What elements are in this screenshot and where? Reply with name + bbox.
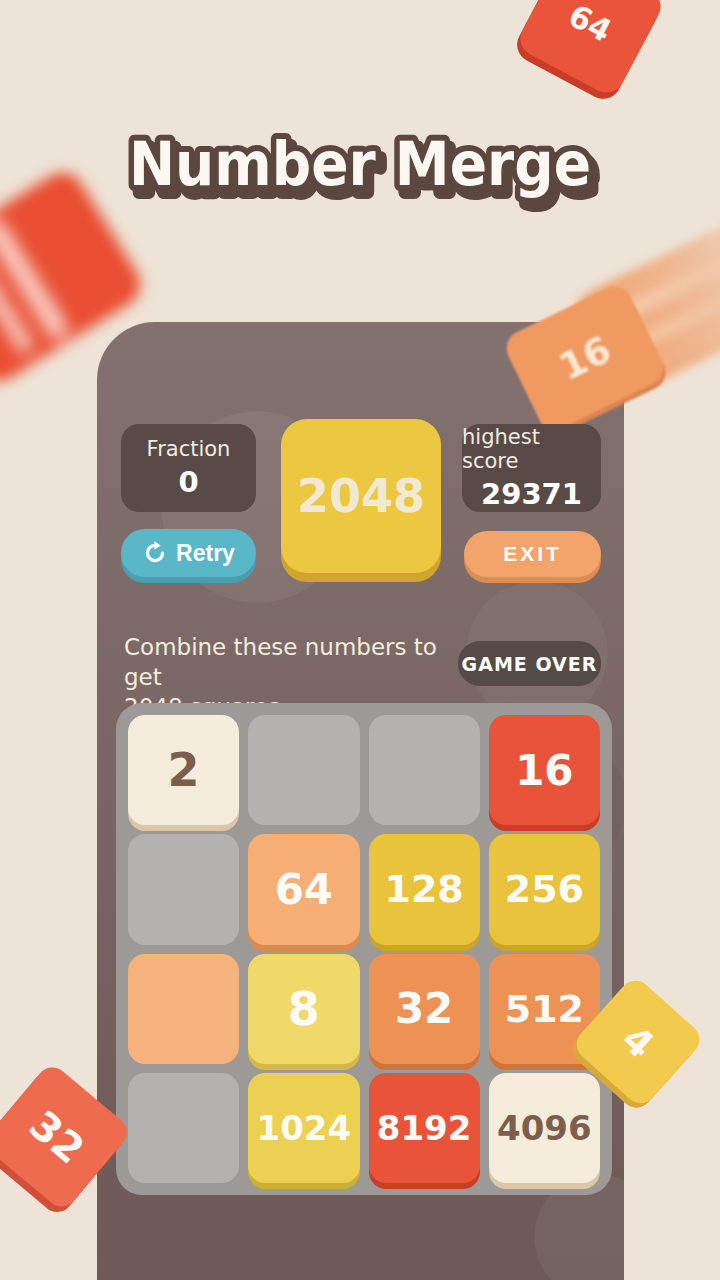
exit-button[interactable]: EXIT [464, 531, 601, 577]
empty-cell [128, 1073, 239, 1183]
empty-cell [369, 715, 480, 825]
decorative-tile-label: 16 [552, 327, 617, 388]
game-over-label: GAME OVER [462, 653, 598, 675]
app-screen: 64 Number Merge Number Merge 16 Fraction… [0, 0, 720, 1280]
tile-256: 256 [489, 834, 600, 944]
highest-score-label: highest score [462, 425, 601, 473]
blank-orange-tile [128, 954, 239, 1064]
title-text: Number Merge [129, 129, 591, 199]
empty-cell [248, 715, 359, 825]
decorative-tile-label: 64 [563, 0, 618, 49]
tile-4096: 4096 [489, 1073, 600, 1183]
highest-score-box: highest score 29371 [462, 424, 601, 512]
tile-64: 64 [248, 834, 359, 944]
game-title: Number Merge Number Merge [0, 100, 720, 230]
logo-tile-2048: 2048 [281, 419, 441, 573]
empty-cell [128, 834, 239, 944]
tile-8: 8 [248, 954, 359, 1064]
board-grid[interactable]: 21664128256832512102481924096 [116, 703, 612, 1195]
tile-2: 2 [128, 715, 239, 825]
tile-128: 128 [369, 834, 480, 944]
game-over-badge: GAME OVER [458, 641, 601, 686]
score-box: Fraction 0 [121, 424, 256, 512]
tile-16: 16 [489, 715, 600, 825]
exit-button-label: EXIT [503, 542, 562, 566]
tile-32: 32 [369, 954, 480, 1064]
instruction-line-1: Combine these numbers to get [124, 633, 469, 693]
retry-button[interactable]: Retry [121, 529, 256, 577]
tile-8192: 8192 [369, 1073, 480, 1183]
decorative-tile-label: 4 [613, 1017, 662, 1067]
decorative-tile-64: 64 [514, 0, 667, 99]
highest-score-value: 29371 [481, 477, 582, 511]
decorative-tile-label: 32 [21, 1101, 93, 1172]
retry-button-label: Retry [176, 540, 235, 567]
tile-1024: 1024 [248, 1073, 359, 1183]
score-value: 0 [178, 465, 198, 499]
score-label: Fraction [147, 437, 231, 461]
logo-tile-label: 2048 [297, 469, 425, 523]
retry-refresh-icon [142, 540, 168, 566]
